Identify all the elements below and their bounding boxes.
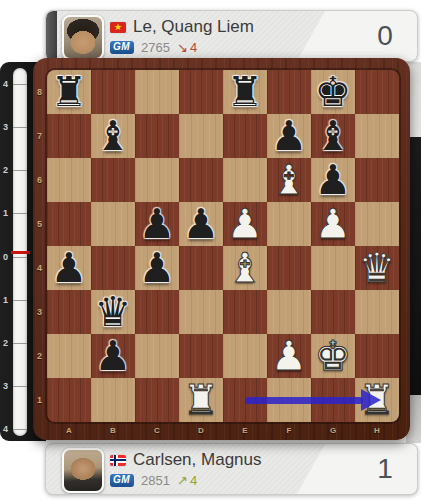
- square-a7[interactable]: [47, 114, 91, 158]
- square-e7[interactable]: [223, 114, 267, 158]
- square-d4[interactable]: [179, 246, 223, 290]
- eval-tick-line-5: [13, 300, 27, 301]
- eval-tick-6: 2: [0, 338, 11, 348]
- square-d5[interactable]: ♟: [179, 202, 223, 246]
- gm-title-badge: GM: [110, 474, 134, 487]
- square-g8[interactable]: ♚: [311, 70, 355, 114]
- square-a6[interactable]: [47, 158, 91, 202]
- square-c1[interactable]: [135, 378, 179, 422]
- white-pawn-f2[interactable]: ♟: [271, 334, 308, 378]
- square-b1[interactable]: [91, 378, 135, 422]
- square-h8[interactable]: [355, 70, 399, 114]
- score-white: 1: [363, 444, 407, 495]
- square-b6[interactable]: [91, 158, 135, 202]
- square-d6[interactable]: [179, 158, 223, 202]
- square-h7[interactable]: [355, 114, 399, 158]
- player-rating: 2851: [141, 473, 170, 488]
- board-squares: ♜♜♚♝♟♝♝♟♟♟♟♟♟♟♝♛♛♟♟♚♜♜: [47, 70, 399, 422]
- bar-handle: [46, 11, 57, 61]
- square-f5[interactable]: [267, 202, 311, 246]
- square-a3[interactable]: [47, 290, 91, 334]
- file-label-a: A: [47, 426, 91, 435]
- square-g4[interactable]: [311, 246, 355, 290]
- square-f7[interactable]: ♟: [267, 114, 311, 158]
- file-label-h: H: [355, 426, 399, 435]
- rank-label-1: 1: [33, 395, 46, 405]
- eval-tick-3: 1: [0, 208, 11, 218]
- square-f4[interactable]: [267, 246, 311, 290]
- square-d1[interactable]: ♜: [179, 378, 223, 422]
- square-b2[interactable]: ♟: [91, 334, 135, 378]
- square-d2[interactable]: [179, 334, 223, 378]
- square-g6[interactable]: ♟: [311, 158, 355, 202]
- file-label-e: E: [223, 426, 267, 435]
- square-c3[interactable]: [135, 290, 179, 334]
- eval-tick-line-3: [13, 213, 27, 214]
- rating-trend-up: ↗4: [177, 473, 197, 488]
- eval-tick-line-6: [13, 343, 27, 344]
- square-e6[interactable]: [223, 158, 267, 202]
- white-king-g2[interactable]: ♚: [315, 334, 352, 378]
- black-pawn-d5[interactable]: ♟: [183, 202, 220, 246]
- square-f8[interactable]: [267, 70, 311, 114]
- rank-label-6: 6: [33, 175, 46, 185]
- square-d8[interactable]: [179, 70, 223, 114]
- vietnam-flag-icon: [110, 22, 126, 33]
- white-rook-d1[interactable]: ♜: [183, 378, 220, 422]
- rank-label-4: 4: [33, 263, 46, 273]
- square-d3[interactable]: [179, 290, 223, 334]
- chess-board: ♜♜♚♝♟♝♝♟♟♟♟♟♟♟♝♛♛♟♟♚♜♜ 87654321ABCDEFGH: [33, 58, 410, 440]
- norway-flag-icon: [110, 455, 126, 466]
- square-c8[interactable]: [135, 70, 179, 114]
- gm-title-badge: GM: [110, 41, 134, 54]
- rank-label-8: 8: [33, 87, 46, 97]
- square-a8[interactable]: ♜: [47, 70, 91, 114]
- rank-label-3: 3: [33, 307, 46, 317]
- black-pawn-c4[interactable]: ♟: [139, 246, 176, 290]
- square-b3[interactable]: ♛: [91, 290, 135, 334]
- black-rook-e8[interactable]: ♜: [227, 70, 264, 114]
- black-bishop-b7[interactable]: ♝: [95, 114, 132, 158]
- eval-tick-1: 3: [0, 122, 11, 132]
- square-c5[interactable]: ♟: [135, 202, 179, 246]
- square-a4[interactable]: ♟: [47, 246, 91, 290]
- eval-tick-5: 1: [0, 295, 11, 305]
- square-b4[interactable]: [91, 246, 135, 290]
- black-bishop-g7[interactable]: ♝: [315, 114, 352, 158]
- eval-tick-line-0: [13, 84, 27, 85]
- black-queen-b3[interactable]: ♛: [95, 290, 132, 334]
- eval-tick-line-7: [13, 386, 27, 387]
- square-c6[interactable]: [135, 158, 179, 202]
- square-h3[interactable]: [355, 290, 399, 334]
- square-c4[interactable]: ♟: [135, 246, 179, 290]
- last-move-arrow: [245, 397, 363, 404]
- square-f6[interactable]: ♝: [267, 158, 311, 202]
- white-pawn-e5[interactable]: ♟: [227, 202, 264, 246]
- player-name: Le, Quang Liem: [133, 17, 254, 37]
- player-rating: 2765: [141, 40, 170, 55]
- eval-tick-2: 2: [0, 165, 11, 175]
- black-pawn-a4[interactable]: ♟: [51, 246, 88, 290]
- square-b5[interactable]: [91, 202, 135, 246]
- eval-tick-8: 4: [0, 424, 11, 434]
- square-e3[interactable]: [223, 290, 267, 334]
- eval-tick-line-4: [13, 257, 27, 258]
- last-move-arrow-head: [361, 389, 381, 411]
- square-c2[interactable]: [135, 334, 179, 378]
- player-name: Carlsen, Magnus: [133, 450, 262, 470]
- black-rook-a8[interactable]: ♜: [51, 70, 88, 114]
- avatar-le-quang-liem: [62, 15, 104, 60]
- square-a5[interactable]: [47, 202, 91, 246]
- square-e8[interactable]: ♜: [223, 70, 267, 114]
- square-f2[interactable]: ♟: [267, 334, 311, 378]
- square-b8[interactable]: [91, 70, 135, 114]
- avatar-carlsen-magnus: [62, 448, 104, 493]
- eval-tick-line-2: [13, 170, 27, 171]
- square-f3[interactable]: [267, 290, 311, 334]
- rank-label-5: 5: [33, 219, 46, 229]
- square-g7[interactable]: ♝: [311, 114, 355, 158]
- rating-trend-down: ↘4: [177, 40, 197, 55]
- score-black: 0: [363, 11, 407, 62]
- square-e4[interactable]: ♝: [223, 246, 267, 290]
- white-bishop-e4[interactable]: ♝: [227, 246, 264, 290]
- file-label-d: D: [179, 426, 223, 435]
- player-bar-black: Le, Quang Liem GM 2765 ↘4 0: [45, 10, 418, 62]
- player-bar-white: Carlsen, Magnus GM 2851 ↗4 1: [45, 443, 418, 495]
- square-a2[interactable]: [47, 334, 91, 378]
- white-pawn-g5[interactable]: ♟: [315, 202, 352, 246]
- square-h2[interactable]: [355, 334, 399, 378]
- eval-tick-4: 0: [0, 252, 11, 262]
- eval-tick-line-8: [13, 429, 27, 430]
- file-label-b: B: [91, 426, 135, 435]
- square-d7[interactable]: [179, 114, 223, 158]
- square-b7[interactable]: ♝: [91, 114, 135, 158]
- black-pawn-c5[interactable]: ♟: [139, 202, 176, 246]
- white-bishop-f6[interactable]: ♝: [271, 158, 308, 202]
- black-pawn-b2[interactable]: ♟: [95, 334, 132, 378]
- white-queen-h4[interactable]: ♛: [359, 246, 396, 290]
- eval-tick-0: 4: [0, 79, 11, 89]
- black-pawn-f7[interactable]: ♟: [271, 114, 308, 158]
- square-h4[interactable]: ♛: [355, 246, 399, 290]
- file-label-c: C: [135, 426, 179, 435]
- rank-label-2: 2: [33, 351, 46, 361]
- broadcast-game-panel: Le, Quang Liem GM 2765 ↘4 0 432101234 ♜♜…: [0, 0, 421, 500]
- square-g5[interactable]: ♟: [311, 202, 355, 246]
- eval-tick-7: 3: [0, 381, 11, 391]
- square-g3[interactable]: [311, 290, 355, 334]
- square-h5[interactable]: [355, 202, 399, 246]
- eval-marker: [11, 251, 30, 254]
- square-e2[interactable]: [223, 334, 267, 378]
- black-pawn-g6[interactable]: ♟: [315, 158, 352, 202]
- square-c7[interactable]: [135, 114, 179, 158]
- rank-label-7: 7: [33, 131, 46, 141]
- square-h6[interactable]: [355, 158, 399, 202]
- black-king-g8[interactable]: ♚: [315, 70, 352, 114]
- file-label-g: G: [311, 426, 355, 435]
- eval-tick-line-1: [13, 127, 27, 128]
- square-a1[interactable]: [47, 378, 91, 422]
- file-label-f: F: [267, 426, 311, 435]
- square-g2[interactable]: ♚: [311, 334, 355, 378]
- square-e5[interactable]: ♟: [223, 202, 267, 246]
